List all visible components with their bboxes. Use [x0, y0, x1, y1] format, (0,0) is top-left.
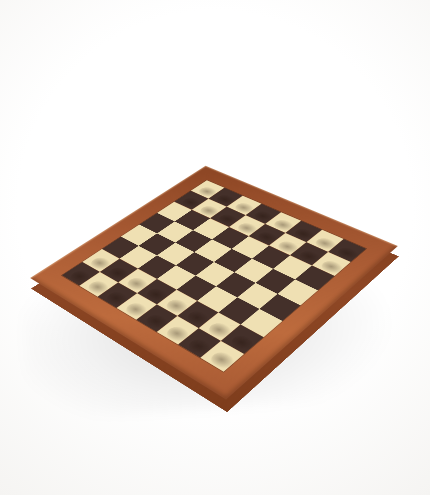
piece-white-rook: ♜ [209, 294, 250, 361]
square-h6 [295, 265, 334, 290]
piece-black-pawn: ♟ [322, 220, 351, 267]
product-photo-stage: ♜♞♝♛♚♝♞♜♟♟♟♟♟♟♟♟♟♟♟♟♟♟♟♟♜♞♝♛♚♝♞♜ [0, 0, 430, 495]
